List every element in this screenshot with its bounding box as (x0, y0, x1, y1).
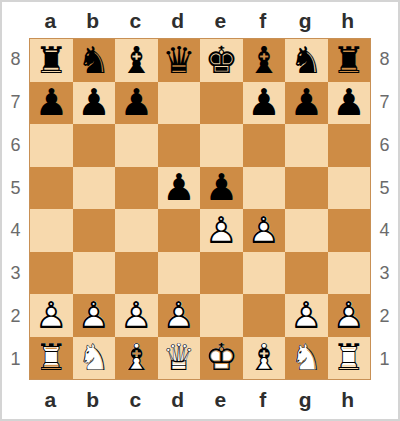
square-b3[interactable] (73, 252, 116, 295)
rank-label-2: 2 (371, 307, 398, 325)
square-c4[interactable] (115, 209, 158, 252)
square-b2[interactable]: ♟♙ (73, 294, 116, 337)
file-label-f: f (242, 10, 285, 31)
black-pawn-icon[interactable]: ♟ (200, 167, 243, 210)
square-c7[interactable]: ♟ (115, 82, 158, 125)
square-a6[interactable] (30, 124, 73, 167)
rank-label-5: 5 (371, 179, 398, 197)
square-e6[interactable] (200, 124, 243, 167)
rank-label-6: 6 (2, 136, 29, 154)
black-bishop-icon[interactable]: ♝ (115, 39, 158, 82)
square-e3[interactable] (200, 252, 243, 295)
square-g3[interactable] (285, 252, 328, 295)
file-label-b: b (72, 389, 115, 410)
square-f6[interactable] (243, 124, 286, 167)
square-a7[interactable]: ♟ (30, 82, 73, 125)
rank-labels-left: 87654321 (2, 38, 29, 380)
rank-label-6: 6 (371, 136, 398, 154)
square-e7[interactable] (200, 82, 243, 125)
rank-label-5: 5 (2, 179, 29, 197)
white-pawn-icon[interactable]: ♟♙ (200, 209, 243, 252)
square-e8[interactable]: ♚ (200, 39, 243, 82)
file-label-h: h (327, 10, 370, 31)
white-knight-icon[interactable]: ♞♘ (285, 337, 328, 380)
black-pawn-icon[interactable]: ♟ (115, 82, 158, 125)
white-rook-icon[interactable]: ♜♖ (30, 337, 73, 380)
square-d5[interactable]: ♟ (158, 167, 201, 210)
square-a3[interactable] (30, 252, 73, 295)
square-c6[interactable] (115, 124, 158, 167)
square-e2[interactable] (200, 294, 243, 337)
square-a1[interactable]: ♜♖ (30, 337, 73, 380)
white-bishop-icon[interactable]: ♝♗ (243, 337, 286, 380)
square-d8[interactable]: ♛ (158, 39, 201, 82)
square-g1[interactable]: ♞♘ (285, 337, 328, 380)
square-f3[interactable] (243, 252, 286, 295)
square-e4[interactable]: ♟♙ (200, 209, 243, 252)
square-g5[interactable] (285, 167, 328, 210)
black-rook-icon[interactable]: ♜ (328, 39, 371, 82)
square-h2[interactable]: ♟♙ (328, 294, 371, 337)
file-label-c: c (114, 389, 157, 410)
file-label-c: c (114, 10, 157, 31)
square-h7[interactable]: ♟ (328, 82, 371, 125)
square-c2[interactable]: ♟♙ (115, 294, 158, 337)
file-label-a: a (29, 10, 72, 31)
square-c3[interactable] (115, 252, 158, 295)
square-g2[interactable]: ♟♙ (285, 294, 328, 337)
square-b7[interactable]: ♟ (73, 82, 116, 125)
white-pawn-icon[interactable]: ♟♙ (243, 209, 286, 252)
black-pawn-icon[interactable]: ♟ (158, 167, 201, 210)
square-a4[interactable] (30, 209, 73, 252)
square-b6[interactable] (73, 124, 116, 167)
black-queen-icon[interactable]: ♛ (158, 39, 201, 82)
rank-label-4: 4 (2, 221, 29, 239)
white-rook-icon[interactable]: ♜♖ (328, 337, 371, 380)
square-b8[interactable]: ♞ (73, 39, 116, 82)
black-pawn-icon[interactable]: ♟ (328, 82, 371, 125)
rank-label-1: 1 (371, 350, 398, 368)
white-pawn-icon[interactable]: ♟♙ (30, 294, 73, 337)
black-rook-icon[interactable]: ♜ (30, 39, 73, 82)
rank-label-2: 2 (2, 307, 29, 325)
square-h8[interactable]: ♜ (328, 39, 371, 82)
square-d3[interactable] (158, 252, 201, 295)
file-label-g: g (284, 10, 327, 31)
square-f7[interactable]: ♟ (243, 82, 286, 125)
rank-label-7: 7 (371, 93, 398, 111)
square-d1[interactable]: ♛♕ (158, 337, 201, 380)
white-pawn-icon[interactable]: ♟♙ (73, 294, 116, 337)
square-c8[interactable]: ♝ (115, 39, 158, 82)
square-e1[interactable]: ♚♔ (200, 337, 243, 380)
square-h6[interactable] (328, 124, 371, 167)
board-row: 87654321 ♜♞♝♛♚♝♞♜♟♟♟♟♟♟♟♟♟♙♟♙♟♙♟♙♟♙♟♙♟♙♟… (2, 38, 398, 380)
square-f5[interactable] (243, 167, 286, 210)
file-label-e: e (199, 389, 242, 410)
square-c1[interactable]: ♝♗ (115, 337, 158, 380)
black-king-icon[interactable]: ♚ (200, 39, 243, 82)
file-label-b: b (72, 10, 115, 31)
file-label-f: f (242, 389, 285, 410)
square-f1[interactable]: ♝♗ (243, 337, 286, 380)
rank-label-3: 3 (371, 264, 398, 282)
square-g8[interactable]: ♞ (285, 39, 328, 82)
square-f2[interactable] (243, 294, 286, 337)
square-h4[interactable] (328, 209, 371, 252)
square-f4[interactable]: ♟♙ (243, 209, 286, 252)
white-pawn-icon[interactable]: ♟♙ (115, 294, 158, 337)
square-h5[interactable] (328, 167, 371, 210)
square-b1[interactable]: ♞♘ (73, 337, 116, 380)
square-a2[interactable]: ♟♙ (30, 294, 73, 337)
white-pawn-icon[interactable]: ♟♙ (328, 294, 371, 337)
white-bishop-icon[interactable]: ♝♗ (115, 337, 158, 380)
square-d6[interactable] (158, 124, 201, 167)
square-a5[interactable] (30, 167, 73, 210)
rank-label-4: 4 (371, 221, 398, 239)
square-b5[interactable] (73, 167, 116, 210)
square-d7[interactable] (158, 82, 201, 125)
white-king-icon[interactable]: ♚♔ (200, 337, 243, 380)
square-g7[interactable]: ♟ (285, 82, 328, 125)
file-label-d: d (157, 10, 200, 31)
square-h1[interactable]: ♜♖ (328, 337, 371, 380)
square-e5[interactable]: ♟ (200, 167, 243, 210)
chess-diagram: abcdefgh 87654321 ♜♞♝♛♚♝♞♜♟♟♟♟♟♟♟♟♟♙♟♙♟♙… (0, 0, 400, 421)
chess-board: ♜♞♝♛♚♝♞♜♟♟♟♟♟♟♟♟♟♙♟♙♟♙♟♙♟♙♟♙♟♙♟♙♜♖♞♘♝♗♛♕… (29, 38, 371, 380)
rank-label-3: 3 (2, 264, 29, 282)
file-labels-top: abcdefgh (2, 2, 398, 38)
square-h3[interactable] (328, 252, 371, 295)
black-knight-icon[interactable]: ♞ (285, 39, 328, 82)
square-g6[interactable] (285, 124, 328, 167)
file-label-a: a (29, 389, 72, 410)
square-c5[interactable] (115, 167, 158, 210)
file-label-e: e (199, 10, 242, 31)
black-bishop-icon[interactable]: ♝ (243, 39, 286, 82)
rank-label-1: 1 (2, 350, 29, 368)
rank-label-8: 8 (371, 50, 398, 68)
square-g4[interactable] (285, 209, 328, 252)
black-pawn-icon[interactable]: ♟ (285, 82, 328, 125)
file-label-d: d (157, 389, 200, 410)
square-d2[interactable]: ♟♙ (158, 294, 201, 337)
square-b4[interactable] (73, 209, 116, 252)
square-f8[interactable]: ♝ (243, 39, 286, 82)
white-queen-icon[interactable]: ♛♕ (158, 337, 201, 380)
black-pawn-icon[interactable]: ♟ (243, 82, 286, 125)
file-label-h: h (327, 389, 370, 410)
white-pawn-icon[interactable]: ♟♙ (158, 294, 201, 337)
white-knight-icon[interactable]: ♞♘ (73, 337, 116, 380)
rank-labels-right: 87654321 (371, 38, 398, 380)
file-label-g: g (284, 389, 327, 410)
file-labels-bottom: abcdefgh (2, 380, 398, 419)
black-knight-icon[interactable]: ♞ (73, 39, 116, 82)
rank-label-8: 8 (2, 50, 29, 68)
black-pawn-icon[interactable]: ♟ (30, 82, 73, 125)
white-pawn-icon[interactable]: ♟♙ (285, 294, 328, 337)
square-a8[interactable]: ♜ (30, 39, 73, 82)
square-d4[interactable] (158, 209, 201, 252)
rank-label-7: 7 (2, 93, 29, 111)
black-pawn-icon[interactable]: ♟ (73, 82, 116, 125)
